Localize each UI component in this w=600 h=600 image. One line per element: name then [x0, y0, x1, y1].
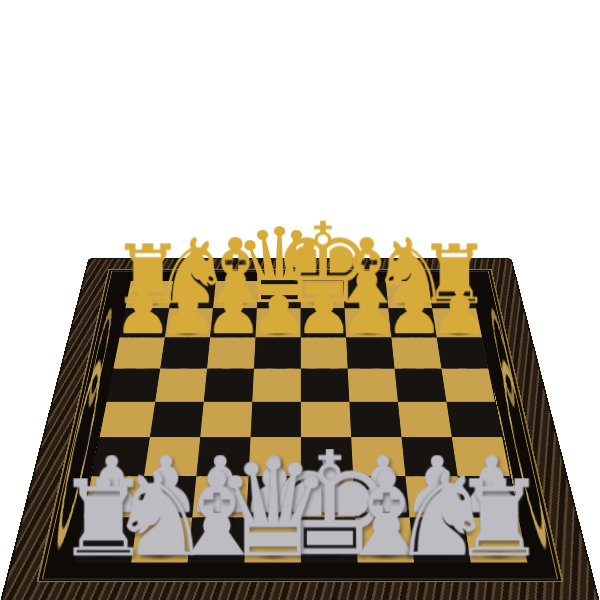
- piece-shadow: [305, 505, 352, 518]
- piece-shadow: [142, 505, 190, 518]
- carved-wood-frame: ♜♞♝♛♚♝♞♜♟♟♟♟♟♟♟♟♟♟♟♟♟♟♟♟♜♞♝♛♚♝♞♜: [0, 259, 600, 600]
- square-b4: [150, 402, 204, 438]
- piece-shadow: [349, 328, 388, 337]
- piece-shadow: [347, 300, 385, 308]
- piece-shadow: [304, 300, 342, 308]
- piece-shadow: [412, 505, 460, 518]
- square-e4: [301, 402, 351, 438]
- square-e6: [301, 337, 348, 368]
- square-e2: ♟: [301, 476, 355, 518]
- square-e3: [301, 437, 353, 475]
- filigree-border: ♜♞♝♛♚♝♞♜♟♟♟♟♟♟♟♟♟♟♟♟♟♟♟♟♜♞♝♛♚♝♞♜: [36, 269, 563, 582]
- square-f1: ♝: [355, 517, 414, 562]
- piece-shadow: [394, 328, 434, 337]
- piece-shadow: [78, 549, 129, 563]
- square-a8: ♜: [125, 281, 173, 308]
- square-f5: [348, 368, 398, 401]
- square-h6: [437, 337, 489, 368]
- square-h2: ♟: [458, 476, 519, 518]
- square-g6: [391, 337, 441, 368]
- square-b7: ♟: [165, 308, 213, 337]
- piece-shadow: [358, 505, 405, 518]
- board-grid: ♜♞♝♛♚♝♞♜♟♟♟♟♟♟♟♟♟♟♟♟♟♟♟♟♜♞♝♛♚♝♞♜: [73, 281, 528, 563]
- square-d3: [249, 437, 301, 475]
- square-g7: ♟: [388, 308, 436, 337]
- square-h5: [441, 368, 495, 401]
- piece-shadow: [216, 300, 254, 308]
- piece-shadow: [172, 300, 211, 308]
- square-d4: [251, 402, 301, 438]
- piece-shadow: [192, 549, 241, 563]
- square-b8: ♞: [169, 281, 216, 308]
- square-c6: [207, 337, 255, 368]
- piece-shadow: [135, 549, 185, 563]
- piece-shadow: [213, 328, 252, 337]
- square-f7: ♟: [345, 308, 392, 337]
- square-g5: [395, 368, 447, 401]
- piece-shadow: [361, 549, 410, 563]
- square-c5: [204, 368, 254, 401]
- square-b6: [160, 337, 210, 368]
- square-e1: ♚: [301, 517, 358, 562]
- square-b1: ♞: [131, 517, 192, 562]
- square-b5: [155, 368, 207, 401]
- square-c7: ♟: [210, 308, 257, 337]
- square-g4: [398, 402, 452, 438]
- square-h8: ♜: [428, 281, 476, 308]
- square-a4: [100, 402, 156, 438]
- square-c8: ♝: [213, 281, 258, 308]
- piece-shadow: [417, 549, 467, 563]
- square-d8: ♛: [257, 281, 301, 308]
- piece-shadow: [391, 300, 430, 308]
- square-f4: [349, 402, 401, 438]
- square-b2: ♟: [138, 476, 196, 518]
- piece-shadow: [259, 328, 298, 337]
- piece-shadow: [304, 328, 343, 337]
- piece-shadow: [128, 300, 167, 308]
- piece-shadow: [434, 300, 473, 308]
- square-d5: [252, 368, 301, 401]
- piece-shadow: [250, 505, 297, 518]
- chess-board: ♜♞♝♛♚♝♞♜♟♟♟♟♟♟♟♟♟♟♟♟♟♟♟♟♜♞♝♛♚♝♞♜: [0, 259, 600, 600]
- square-c4: [200, 402, 252, 438]
- piece-shadow: [466, 505, 515, 518]
- square-h7: ♟: [432, 308, 482, 337]
- square-f8: ♝: [343, 281, 388, 308]
- square-g3: [402, 437, 458, 475]
- square-d6: [254, 337, 301, 368]
- square-g8: ♞: [386, 281, 433, 308]
- piece-shadow: [305, 549, 354, 563]
- square-h1: ♜: [464, 517, 527, 562]
- square-e5: [301, 368, 350, 401]
- piece-shadow: [473, 549, 524, 563]
- square-f3: [351, 437, 405, 475]
- square-f2: ♟: [353, 476, 409, 518]
- piece-shadow: [87, 505, 136, 518]
- piece-shadow: [438, 328, 478, 337]
- square-a5: [107, 368, 161, 401]
- square-b3: [144, 437, 200, 475]
- square-g1: ♞: [410, 517, 471, 562]
- square-a6: [113, 337, 165, 368]
- chess-set-photo: ♜♞♝♛♚♝♞♜♟♟♟♟♟♟♟♟♟♟♟♟♟♟♟♟♜♞♝♛♚♝♞♜: [0, 0, 600, 600]
- square-d7: ♟: [255, 308, 300, 337]
- square-a1: ♜: [75, 517, 138, 562]
- piece-shadow: [123, 328, 163, 337]
- square-e7: ♟: [301, 308, 346, 337]
- square-a7: ♟: [120, 308, 170, 337]
- square-g2: ♟: [405, 476, 464, 518]
- piece-shadow: [168, 328, 208, 337]
- piece-shadow: [196, 505, 243, 518]
- square-c2: ♟: [192, 476, 248, 518]
- square-c3: [196, 437, 250, 475]
- piece-shadow: [260, 300, 298, 308]
- square-f6: [346, 337, 394, 368]
- piece-shadow: [248, 549, 297, 563]
- square-d1: ♛: [244, 517, 301, 562]
- square-a3: [92, 437, 150, 475]
- square-d2: ♟: [247, 476, 301, 518]
- square-h4: [446, 402, 502, 438]
- square-c1: ♝: [188, 517, 247, 562]
- square-a2: ♟: [84, 476, 145, 518]
- square-h3: [452, 437, 510, 475]
- square-e8: ♚: [301, 281, 345, 308]
